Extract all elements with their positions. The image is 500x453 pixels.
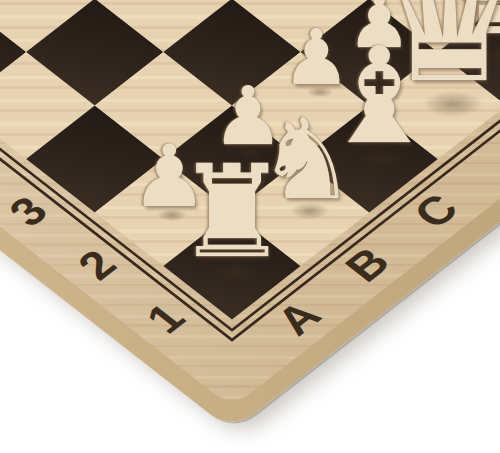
rank-label-2: 2 — [69, 243, 124, 286]
file-label-B: B — [337, 241, 398, 288]
chessboard: 123ABC — [0, 0, 500, 408]
rank-label-3: 3 — [0, 190, 55, 233]
file-label-A: A — [268, 294, 329, 341]
chess-set-product-photo: 123ABC ♜♞♝♛♚♟♟♟♟ — [0, 0, 500, 453]
file-label-C: C — [406, 187, 467, 234]
rank-label-1: 1 — [138, 297, 193, 340]
